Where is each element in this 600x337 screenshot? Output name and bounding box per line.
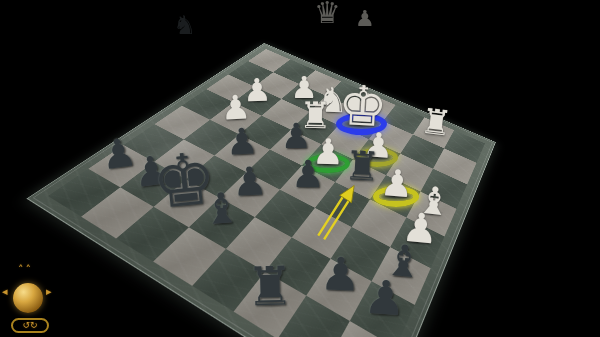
camera-controls: ˄˄ ◂ ▸ ↺↻ — [0, 262, 62, 337]
captured-white-pawn-icon: ♟ — [355, 8, 375, 30]
piece-black-rook-c4[interactable]: ♜ — [341, 145, 383, 187]
captured-black-knight-icon: ♞ — [173, 12, 196, 38]
piece-black-pawn-d5[interactable]: ♟ — [289, 156, 327, 194]
captured-white-queen-icon: ♛ — [314, 0, 341, 28]
tilt-up-arrows-icon[interactable]: ˄˄ — [18, 264, 33, 275]
piece-black-rook-c8[interactable]: ♜ — [243, 260, 298, 315]
piece-white-rook-b1[interactable]: ♜ — [417, 103, 455, 141]
piece-black-pawn-e4[interactable]: ♟ — [279, 119, 314, 154]
piece-white-pawn-b4[interactable]: ♟ — [377, 165, 417, 205]
rotate-left-arrow-icon[interactable]: ◂ — [2, 286, 8, 297]
piece-black-pawn-a7[interactable]: ♟ — [360, 274, 410, 324]
rotate-right-arrow-icon[interactable]: ▸ — [46, 286, 52, 297]
view-reset-button[interactable]: ↺↻ — [11, 318, 49, 333]
piece-black-pawn-b7[interactable]: ♟ — [317, 251, 364, 298]
piece-black-pawn-f5[interactable]: ♟ — [223, 123, 261, 161]
game-scene: 3D rendered chess game on a black backgr… — [0, 0, 600, 337]
camera-orb[interactable] — [13, 283, 43, 313]
piece-black-bishop-e7[interactable]: ♝ — [199, 187, 244, 232]
